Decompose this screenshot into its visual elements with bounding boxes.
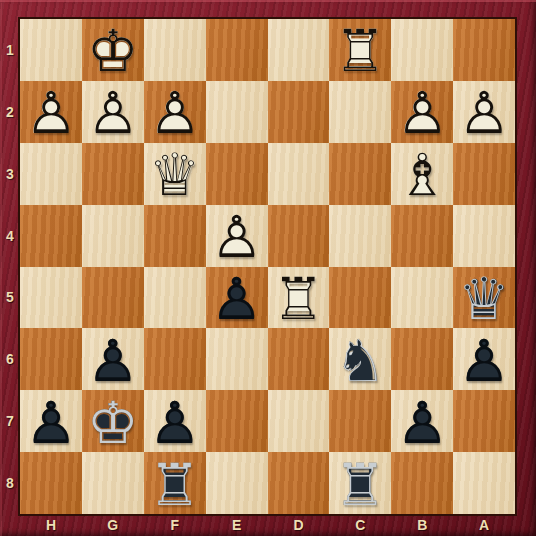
- white-rook-outline: ♖: [329, 19, 391, 81]
- chessboard-screenshot: ♚♔♜♖♟♙♟♙♟♙♟♙♟♙♛♕♝♗♟♙♟♙♜♖♛♕♟♙♞♘♟♙♟♙♚♔♟♙♟♙…: [0, 0, 536, 536]
- white-pawn: ♟♙: [20, 81, 82, 143]
- file-label-b: B: [417, 517, 427, 533]
- black-rook-outline: ♖: [329, 452, 391, 514]
- white-pawn-outline: ♙: [206, 205, 268, 267]
- square-b6[interactable]: [391, 328, 453, 390]
- white-pawn: ♟♙: [206, 205, 268, 267]
- square-f6[interactable]: [144, 328, 206, 390]
- square-g3[interactable]: [82, 143, 144, 205]
- file-label-d: D: [293, 517, 303, 533]
- square-e3[interactable]: [206, 143, 268, 205]
- square-g6[interactable]: ♟♙: [82, 328, 144, 390]
- rank-label-2: 2: [6, 104, 14, 120]
- square-f5[interactable]: [144, 267, 206, 329]
- square-f1[interactable]: [144, 19, 206, 81]
- square-a2[interactable]: ♟♙: [453, 81, 515, 143]
- black-pawn-outline: ♙: [206, 267, 268, 329]
- white-queen: ♛♕: [144, 143, 206, 205]
- square-d1[interactable]: [268, 19, 330, 81]
- square-c7[interactable]: [329, 390, 391, 452]
- square-h4[interactable]: [20, 205, 82, 267]
- white-pawn-outline: ♙: [82, 81, 144, 143]
- black-queen-outline: ♕: [453, 267, 515, 329]
- white-rook: ♜♖: [329, 19, 391, 81]
- white-rook-outline: ♖: [268, 267, 330, 329]
- white-pawn-outline: ♙: [391, 81, 453, 143]
- white-pawn-outline: ♙: [20, 81, 82, 143]
- square-e2[interactable]: [206, 81, 268, 143]
- white-queen-outline: ♕: [144, 143, 206, 205]
- black-pawn: ♟♙: [391, 390, 453, 452]
- black-knight: ♞♘: [329, 328, 391, 390]
- square-h6[interactable]: [20, 328, 82, 390]
- white-bishop: ♝♗: [391, 143, 453, 205]
- square-c5[interactable]: [329, 267, 391, 329]
- square-a1[interactable]: [453, 19, 515, 81]
- square-g4[interactable]: [82, 205, 144, 267]
- square-e6[interactable]: [206, 328, 268, 390]
- square-g5[interactable]: [82, 267, 144, 329]
- white-pawn-outline: ♙: [453, 81, 515, 143]
- square-g7[interactable]: ♚♔: [82, 390, 144, 452]
- square-c2[interactable]: [329, 81, 391, 143]
- chess-board: ♚♔♜♖♟♙♟♙♟♙♟♙♟♙♛♕♝♗♟♙♟♙♜♖♛♕♟♙♞♘♟♙♟♙♚♔♟♙♟♙…: [20, 19, 515, 514]
- square-b8[interactable]: [391, 452, 453, 514]
- file-label-h: H: [46, 517, 56, 533]
- square-f2[interactable]: ♟♙: [144, 81, 206, 143]
- black-rook-outline: ♖: [144, 452, 206, 514]
- black-pawn-outline: ♙: [144, 390, 206, 452]
- file-label-f: F: [170, 517, 179, 533]
- square-a7[interactable]: [453, 390, 515, 452]
- square-c6[interactable]: ♞♘: [329, 328, 391, 390]
- square-a4[interactable]: [453, 205, 515, 267]
- black-knight-outline: ♘: [329, 328, 391, 390]
- black-pawn: ♟♙: [453, 328, 515, 390]
- black-pawn: ♟♙: [20, 390, 82, 452]
- black-pawn: ♟♙: [206, 267, 268, 329]
- square-e4[interactable]: ♟♙: [206, 205, 268, 267]
- white-king: ♚♔: [82, 19, 144, 81]
- square-f8[interactable]: ♜♖: [144, 452, 206, 514]
- white-bishop-outline: ♗: [391, 143, 453, 205]
- file-label-g: G: [107, 517, 118, 533]
- square-b5[interactable]: [391, 267, 453, 329]
- white-rook: ♜♖: [268, 267, 330, 329]
- square-g1[interactable]: ♚♔: [82, 19, 144, 81]
- file-label-e: E: [232, 517, 241, 533]
- square-b4[interactable]: [391, 205, 453, 267]
- black-pawn-outline: ♙: [391, 390, 453, 452]
- rank-label-5: 5: [6, 289, 14, 305]
- square-d8[interactable]: [268, 452, 330, 514]
- rank-label-8: 8: [6, 475, 14, 491]
- black-pawn: ♟♙: [82, 328, 144, 390]
- square-c1[interactable]: ♜♖: [329, 19, 391, 81]
- white-pawn: ♟♙: [391, 81, 453, 143]
- black-rook: ♜♖: [329, 452, 391, 514]
- file-label-c: C: [355, 517, 365, 533]
- square-h3[interactable]: [20, 143, 82, 205]
- rank-label-6: 6: [6, 351, 14, 367]
- black-pawn-outline: ♙: [82, 328, 144, 390]
- square-d2[interactable]: [268, 81, 330, 143]
- square-h1[interactable]: [20, 19, 82, 81]
- black-rook: ♜♖: [144, 452, 206, 514]
- square-f4[interactable]: [144, 205, 206, 267]
- square-e7[interactable]: [206, 390, 268, 452]
- square-f7[interactable]: ♟♙: [144, 390, 206, 452]
- square-g8[interactable]: [82, 452, 144, 514]
- square-d3[interactable]: [268, 143, 330, 205]
- white-pawn: ♟♙: [82, 81, 144, 143]
- square-c8[interactable]: ♜♖: [329, 452, 391, 514]
- square-c4[interactable]: [329, 205, 391, 267]
- square-b1[interactable]: [391, 19, 453, 81]
- square-c3[interactable]: [329, 143, 391, 205]
- white-pawn-outline: ♙: [144, 81, 206, 143]
- black-pawn-outline: ♙: [20, 390, 82, 452]
- square-b3[interactable]: ♝♗: [391, 143, 453, 205]
- square-a6[interactable]: ♟♙: [453, 328, 515, 390]
- file-label-a: A: [479, 517, 489, 533]
- square-f3[interactable]: ♛♕: [144, 143, 206, 205]
- square-a8[interactable]: [453, 452, 515, 514]
- white-pawn: ♟♙: [453, 81, 515, 143]
- black-queen: ♛♕: [453, 267, 515, 329]
- square-e5[interactable]: ♟♙: [206, 267, 268, 329]
- square-b7[interactable]: ♟♙: [391, 390, 453, 452]
- square-h2[interactable]: ♟♙: [20, 81, 82, 143]
- square-h7[interactable]: ♟♙: [20, 390, 82, 452]
- white-pawn: ♟♙: [144, 81, 206, 143]
- square-h8[interactable]: [20, 452, 82, 514]
- square-b2[interactable]: ♟♙: [391, 81, 453, 143]
- square-e1[interactable]: [206, 19, 268, 81]
- square-a5[interactable]: ♛♕: [453, 267, 515, 329]
- rank-label-3: 3: [6, 166, 14, 182]
- square-h5[interactable]: [20, 267, 82, 329]
- square-d4[interactable]: [268, 205, 330, 267]
- white-king-outline: ♔: [82, 19, 144, 81]
- black-pawn-outline: ♙: [453, 328, 515, 390]
- square-e8[interactable]: [206, 452, 268, 514]
- rank-label-1: 1: [6, 42, 14, 58]
- rank-label-4: 4: [6, 228, 14, 244]
- square-d7[interactable]: [268, 390, 330, 452]
- rank-label-7: 7: [6, 413, 14, 429]
- black-king: ♚♔: [82, 390, 144, 452]
- square-g2[interactable]: ♟♙: [82, 81, 144, 143]
- black-pawn: ♟♙: [144, 390, 206, 452]
- square-a3[interactable]: [453, 143, 515, 205]
- square-d6[interactable]: [268, 328, 330, 390]
- black-king-outline: ♔: [82, 390, 144, 452]
- square-d5[interactable]: ♜♖: [268, 267, 330, 329]
